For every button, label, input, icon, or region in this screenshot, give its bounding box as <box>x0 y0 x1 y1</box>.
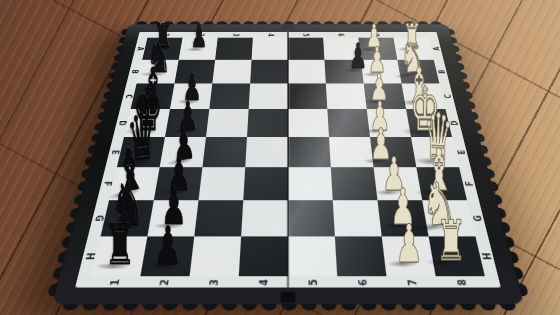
edge-letter-label-left: A <box>135 47 145 51</box>
square-h4 <box>288 38 324 60</box>
square-g6 <box>212 60 251 84</box>
square-e6 <box>206 109 249 137</box>
square-b4 <box>288 200 335 236</box>
frame-scallop-edge <box>59 304 517 313</box>
square-f5 <box>249 83 288 109</box>
square-b5 <box>241 200 288 236</box>
square-c3 <box>331 167 378 200</box>
piece-black-pawn-h7[interactable]: ♟ <box>191 21 208 53</box>
square-d5 <box>245 137 288 167</box>
edge-number-label-near: 7 <box>405 279 418 285</box>
edge-number-label-near: 2 <box>158 279 171 285</box>
square-b6 <box>194 200 243 236</box>
square-c6 <box>199 167 246 200</box>
square-a5 <box>239 236 288 276</box>
piece-black-rook-a8[interactable]: ♜ <box>105 217 136 273</box>
square-b3 <box>333 200 382 236</box>
square-c5 <box>243 167 288 200</box>
edge-number-label-far: 5 <box>301 33 310 36</box>
fold-latch <box>281 292 296 303</box>
edge-number-label-near: 4 <box>257 279 269 285</box>
edge-letter-label-left: G <box>92 215 105 222</box>
fold-hinge <box>281 25 295 29</box>
square-h5 <box>252 38 288 60</box>
edge-number-label-near: 5 <box>307 279 319 285</box>
edge-letter-label-left: H <box>83 252 96 259</box>
square-d6 <box>202 137 247 167</box>
square-e3 <box>327 109 370 137</box>
piece-black-pawn-g3[interactable]: ♟ <box>349 39 367 74</box>
square-f4 <box>288 83 327 109</box>
edge-number-label-near: 8 <box>455 279 468 285</box>
edge-letter-label-right: G <box>471 215 484 222</box>
edge-letter-label-left: C <box>123 94 133 98</box>
square-e5 <box>247 109 288 137</box>
edge-number-label-far: 6 <box>336 33 345 36</box>
edge-letter-label-right: E <box>455 150 466 155</box>
edge-number-label-near: 3 <box>207 279 220 285</box>
edge-number-label-near: 1 <box>108 279 121 285</box>
edge-letter-label-right: H <box>480 252 493 259</box>
square-c4 <box>288 167 333 200</box>
frame-scallop-edge <box>135 20 442 24</box>
square-e4 <box>288 109 329 137</box>
square-a4 <box>288 236 337 276</box>
square-g4 <box>288 60 326 84</box>
square-g5 <box>250 60 288 84</box>
edge-letter-label-right: A <box>431 47 441 51</box>
square-a6 <box>190 236 242 276</box>
square-d4 <box>288 137 331 167</box>
square-f3 <box>326 83 367 109</box>
edge-letter-label-right: C <box>442 94 452 98</box>
edge-letter-label-right: F <box>463 181 475 186</box>
photo-scene: 11AA22BB33CC44DD55EE66FF77GG88HH ♜♞♝♚♛♝♞… <box>0 0 560 315</box>
edge-number-label-far: 4 <box>266 33 275 36</box>
square-h6 <box>215 38 253 60</box>
piece-black-pawn-a7[interactable]: ♟ <box>155 219 183 272</box>
square-f6 <box>209 83 250 109</box>
square-a3 <box>335 236 387 276</box>
piece-white-pawn-a2[interactable]: ♟ <box>395 217 423 270</box>
edge-number-label-far: 3 <box>231 33 240 36</box>
edge-number-label-near: 6 <box>356 279 369 285</box>
piece-white-rook-a1[interactable]: ♜ <box>435 213 466 269</box>
